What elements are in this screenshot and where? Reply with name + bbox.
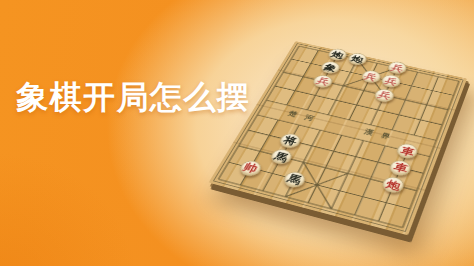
page-title: 象棋开局怎么摆 [16, 76, 251, 120]
piece-character: 兵 [315, 76, 331, 86]
piece-character: 象 [323, 63, 338, 73]
piece-character: 車 [392, 161, 409, 174]
piece-character: 帅 [241, 162, 259, 175]
piece-character: 車 [399, 145, 416, 157]
xiangqi-board[interactable]: 楚 河 漢 界 炮炮象兵兵兵兵兵車車炮将馬馬帅 [209, 41, 468, 235]
piece-character: 炮 [350, 54, 365, 64]
piece-character: 兵 [377, 90, 393, 101]
piece-character: 炮 [385, 178, 402, 191]
piece-character: 馬 [286, 173, 304, 186]
board-scene: 楚 河 漢 界 炮炮象兵兵兵兵兵車車炮将馬馬帅 [248, 15, 443, 240]
piece-character: 兵 [363, 72, 378, 82]
piece-character: 馬 [273, 151, 291, 163]
piece-character: 将 [282, 135, 299, 147]
piece-character: 炮 [330, 50, 345, 60]
piece-character: 兵 [390, 63, 405, 73]
piece-character: 兵 [383, 76, 398, 86]
